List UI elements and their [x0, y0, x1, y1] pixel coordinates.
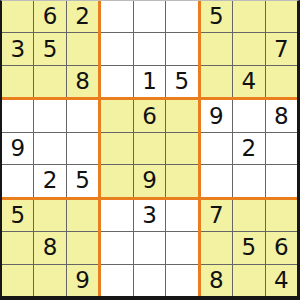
cell-r7c3[interactable] — [67, 200, 98, 231]
digit: 8 — [274, 105, 289, 128]
cell-r4c4[interactable] — [101, 100, 132, 131]
box-2-1: 3 — [101, 200, 197, 296]
cell-r9c8[interactable] — [233, 265, 264, 296]
cell-r5c8[interactable]: 2 — [233, 133, 264, 164]
box-0-2: 574 — [201, 1, 297, 97]
digit: 7 — [274, 38, 289, 61]
digit: 6 — [43, 5, 58, 28]
cell-r9c7[interactable]: 8 — [201, 265, 232, 296]
cell-r3c3[interactable]: 8 — [67, 66, 98, 97]
digit: 4 — [242, 70, 257, 93]
digit: 5 — [75, 169, 90, 192]
cell-r2c9[interactable]: 7 — [266, 33, 297, 64]
digit: 8 — [209, 269, 224, 292]
cell-r1c5[interactable] — [134, 1, 165, 32]
cell-r1c1[interactable] — [2, 1, 33, 32]
cell-r5c7[interactable] — [201, 133, 232, 164]
cell-r7c2[interactable] — [34, 200, 65, 231]
cell-r9c9[interactable]: 4 — [266, 265, 297, 296]
cell-r8c1[interactable] — [2, 232, 33, 263]
digit: 6 — [274, 236, 289, 259]
cell-r4c8[interactable] — [233, 100, 264, 131]
sudoku-board: 623581557492569982589375684 — [2, 1, 297, 296]
cell-r1c2[interactable]: 6 — [34, 1, 65, 32]
cell-r9c1[interactable] — [2, 265, 33, 296]
cell-r3c5[interactable]: 1 — [134, 66, 165, 97]
box-0-1: 15 — [101, 1, 197, 97]
digit: 5 — [242, 236, 257, 259]
cell-r8c9[interactable]: 6 — [266, 232, 297, 263]
cell-r3c7[interactable] — [201, 66, 232, 97]
cell-r9c3[interactable]: 9 — [67, 265, 98, 296]
cell-r5c2[interactable] — [34, 133, 65, 164]
cell-r1c7[interactable]: 5 — [201, 1, 232, 32]
cell-r2c5[interactable] — [134, 33, 165, 64]
cell-r7c6[interactable] — [166, 200, 197, 231]
cell-r4c9[interactable]: 8 — [266, 100, 297, 131]
cell-r9c6[interactable] — [166, 265, 197, 296]
cell-r1c6[interactable] — [166, 1, 197, 32]
box-0-0: 62358 — [2, 1, 98, 97]
cell-r4c3[interactable] — [67, 100, 98, 131]
cell-r8c8[interactable]: 5 — [233, 232, 264, 263]
digit: 9 — [209, 105, 224, 128]
cell-r6c8[interactable] — [233, 165, 264, 196]
digit: 5 — [175, 70, 190, 93]
cell-r6c2[interactable]: 2 — [34, 165, 65, 196]
digit: 9 — [10, 137, 25, 160]
cell-r7c7[interactable]: 7 — [201, 200, 232, 231]
cell-r7c4[interactable] — [101, 200, 132, 231]
cell-r3c4[interactable] — [101, 66, 132, 97]
box-2-0: 589 — [2, 200, 98, 296]
digit: 2 — [43, 169, 58, 192]
box-2-2: 75684 — [201, 200, 297, 296]
cell-r4c7[interactable]: 9 — [201, 100, 232, 131]
digit: 6 — [142, 105, 157, 128]
cell-r5c4[interactable] — [101, 133, 132, 164]
cell-r6c7[interactable] — [201, 165, 232, 196]
cell-r6c6[interactable] — [166, 165, 197, 196]
cell-r6c9[interactable] — [266, 165, 297, 196]
cell-r9c2[interactable] — [34, 265, 65, 296]
cell-r9c5[interactable] — [134, 265, 165, 296]
cell-r5c9[interactable] — [266, 133, 297, 164]
box-1-1: 69 — [101, 100, 197, 196]
digit: 1 — [142, 70, 157, 93]
cell-r1c3[interactable]: 2 — [67, 1, 98, 32]
cell-r6c3[interactable]: 5 — [67, 165, 98, 196]
cell-r9c4[interactable] — [101, 265, 132, 296]
digit: 3 — [142, 204, 157, 227]
cell-r2c7[interactable] — [201, 33, 232, 64]
digit: 5 — [43, 38, 58, 61]
cell-r2c8[interactable] — [233, 33, 264, 64]
cell-r6c5[interactable]: 9 — [134, 165, 165, 196]
cell-r4c1[interactable] — [2, 100, 33, 131]
digit: 7 — [209, 204, 224, 227]
cell-r7c1[interactable]: 5 — [2, 200, 33, 231]
cell-r3c9[interactable] — [266, 66, 297, 97]
digit: 5 — [209, 5, 224, 28]
cell-r8c2[interactable]: 8 — [34, 232, 65, 263]
cell-r2c4[interactable] — [101, 33, 132, 64]
digit: 8 — [43, 236, 58, 259]
cell-r4c6[interactable] — [166, 100, 197, 131]
cell-r5c3[interactable] — [67, 133, 98, 164]
digit: 5 — [10, 204, 25, 227]
cell-r1c9[interactable] — [266, 1, 297, 32]
digit: 4 — [274, 269, 289, 292]
digit: 9 — [142, 169, 157, 192]
cell-r2c2[interactable]: 5 — [34, 33, 65, 64]
cell-r2c6[interactable] — [166, 33, 197, 64]
cell-r3c2[interactable] — [34, 66, 65, 97]
cell-r3c1[interactable] — [2, 66, 33, 97]
cell-r3c6[interactable]: 5 — [166, 66, 197, 97]
cell-r1c8[interactable] — [233, 1, 264, 32]
cell-r2c3[interactable] — [67, 33, 98, 64]
cell-r4c2[interactable] — [34, 100, 65, 131]
cell-r5c6[interactable] — [166, 133, 197, 164]
digit: 9 — [75, 269, 90, 292]
sudoku-board-frame: 623581557492569982589375684 — [0, 0, 300, 300]
digit: 8 — [75, 70, 90, 93]
cell-r8c6[interactable] — [166, 232, 197, 263]
digit: 2 — [242, 137, 257, 160]
cell-r5c1[interactable]: 9 — [2, 133, 33, 164]
cell-r3c8[interactable]: 4 — [233, 66, 264, 97]
cell-r2c1[interactable]: 3 — [2, 33, 33, 64]
box-1-2: 982 — [201, 100, 297, 196]
digit: 3 — [10, 38, 25, 61]
cell-r8c4[interactable] — [101, 232, 132, 263]
cell-r8c7[interactable] — [201, 232, 232, 263]
cell-r7c5[interactable]: 3 — [134, 200, 165, 231]
box-1-0: 925 — [2, 100, 98, 196]
cell-r8c3[interactable] — [67, 232, 98, 263]
cell-r7c8[interactable] — [233, 200, 264, 231]
cell-r1c4[interactable] — [101, 1, 132, 32]
cell-r7c9[interactable] — [266, 200, 297, 231]
cell-r4c5[interactable]: 6 — [134, 100, 165, 131]
cell-r6c4[interactable] — [101, 165, 132, 196]
cell-r8c5[interactable] — [134, 232, 165, 263]
cell-r5c5[interactable] — [134, 133, 165, 164]
digit: 2 — [75, 5, 90, 28]
cell-r6c1[interactable] — [2, 165, 33, 196]
